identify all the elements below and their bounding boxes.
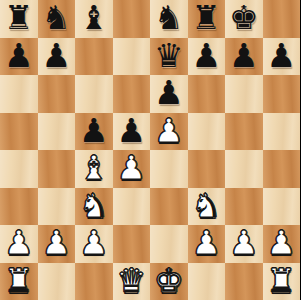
square-b4[interactable] (38, 150, 76, 188)
square-f1[interactable] (188, 263, 226, 300)
white-pawn[interactable]: ♟ (229, 226, 259, 259)
square-f5[interactable] (188, 113, 226, 151)
black-king[interactable]: ♚ (229, 1, 259, 34)
white-knight[interactable]: ♞ (191, 189, 221, 222)
black-knight[interactable]: ♞ (154, 1, 184, 34)
square-c2[interactable]: ♟ (75, 225, 113, 263)
square-c7[interactable] (75, 38, 113, 76)
square-c3[interactable]: ♞ (75, 188, 113, 226)
square-a1[interactable]: ♜ (0, 263, 38, 300)
square-c8[interactable]: ♝ (75, 0, 113, 38)
square-b3[interactable] (38, 188, 76, 226)
square-b6[interactable] (38, 75, 76, 113)
white-rook[interactable]: ♜ (4, 264, 34, 297)
square-c6[interactable] (75, 75, 113, 113)
black-pawn[interactable]: ♟ (79, 114, 109, 147)
square-b7[interactable]: ♟ (38, 38, 76, 76)
white-pawn[interactable]: ♟ (191, 226, 221, 259)
square-a6[interactable] (0, 75, 38, 113)
black-rook[interactable]: ♜ (191, 1, 221, 34)
square-h7[interactable]: ♟ (263, 38, 301, 76)
white-pawn[interactable]: ♟ (116, 151, 146, 184)
square-h8[interactable] (263, 0, 301, 38)
square-g5[interactable] (225, 113, 263, 151)
black-bishop[interactable]: ♝ (79, 1, 109, 34)
square-h1[interactable]: ♜ (263, 263, 301, 300)
square-b8[interactable]: ♞ (38, 0, 76, 38)
black-pawn[interactable]: ♟ (116, 114, 146, 147)
black-pawn[interactable]: ♟ (4, 39, 34, 72)
square-a5[interactable] (0, 113, 38, 151)
black-rook[interactable]: ♜ (4, 1, 34, 34)
square-f4[interactable] (188, 150, 226, 188)
square-b1[interactable] (38, 263, 76, 300)
white-bishop[interactable]: ♝ (79, 151, 109, 184)
square-h4[interactable] (263, 150, 301, 188)
square-g7[interactable]: ♟ (225, 38, 263, 76)
square-d1[interactable]: ♛ (113, 263, 151, 300)
square-e6[interactable]: ♟ (150, 75, 188, 113)
square-e7[interactable]: ♛ (150, 38, 188, 76)
square-g8[interactable]: ♚ (225, 0, 263, 38)
white-knight[interactable]: ♞ (79, 189, 109, 222)
square-a7[interactable]: ♟ (0, 38, 38, 76)
white-king[interactable]: ♚ (154, 264, 184, 297)
square-g3[interactable] (225, 188, 263, 226)
square-e8[interactable]: ♞ (150, 0, 188, 38)
square-h5[interactable] (263, 113, 301, 151)
white-pawn[interactable]: ♟ (79, 226, 109, 259)
white-rook[interactable]: ♜ (266, 264, 296, 297)
square-d4[interactable]: ♟ (113, 150, 151, 188)
black-pawn[interactable]: ♟ (191, 39, 221, 72)
square-d6[interactable] (113, 75, 151, 113)
square-h2[interactable]: ♟ (263, 225, 301, 263)
square-a2[interactable]: ♟ (0, 225, 38, 263)
white-pawn[interactable]: ♟ (154, 114, 184, 147)
square-e2[interactable] (150, 225, 188, 263)
chess-board: ♜♞♝♞♜♚♟♟♛♟♟♟♟♟♟♟♝♟♞♞♟♟♟♟♟♟♜♛♚♜ (0, 0, 300, 300)
square-f7[interactable]: ♟ (188, 38, 226, 76)
square-h3[interactable] (263, 188, 301, 226)
square-d7[interactable] (113, 38, 151, 76)
square-a4[interactable] (0, 150, 38, 188)
square-e3[interactable] (150, 188, 188, 226)
square-b5[interactable] (38, 113, 76, 151)
square-d5[interactable]: ♟ (113, 113, 151, 151)
black-pawn[interactable]: ♟ (41, 39, 71, 72)
square-d2[interactable] (113, 225, 151, 263)
square-f6[interactable] (188, 75, 226, 113)
white-pawn[interactable]: ♟ (41, 226, 71, 259)
square-a3[interactable] (0, 188, 38, 226)
black-queen[interactable]: ♛ (154, 39, 184, 72)
square-d8[interactable] (113, 0, 151, 38)
square-h6[interactable] (263, 75, 301, 113)
white-pawn[interactable]: ♟ (266, 226, 296, 259)
black-knight[interactable]: ♞ (41, 1, 71, 34)
square-d3[interactable] (113, 188, 151, 226)
square-e1[interactable]: ♚ (150, 263, 188, 300)
square-a8[interactable]: ♜ (0, 0, 38, 38)
square-e4[interactable] (150, 150, 188, 188)
square-f8[interactable]: ♜ (188, 0, 226, 38)
square-c4[interactable]: ♝ (75, 150, 113, 188)
square-g6[interactable] (225, 75, 263, 113)
white-pawn[interactable]: ♟ (4, 226, 34, 259)
square-g1[interactable] (225, 263, 263, 300)
black-pawn[interactable]: ♟ (229, 39, 259, 72)
square-c5[interactable]: ♟ (75, 113, 113, 151)
square-b2[interactable]: ♟ (38, 225, 76, 263)
white-queen[interactable]: ♛ (116, 264, 146, 297)
square-e5[interactable]: ♟ (150, 113, 188, 151)
black-pawn[interactable]: ♟ (266, 39, 296, 72)
square-g4[interactable] (225, 150, 263, 188)
square-c1[interactable] (75, 263, 113, 300)
black-pawn[interactable]: ♟ (154, 76, 184, 109)
square-g2[interactable]: ♟ (225, 225, 263, 263)
square-f2[interactable]: ♟ (188, 225, 226, 263)
square-f3[interactable]: ♞ (188, 188, 226, 226)
